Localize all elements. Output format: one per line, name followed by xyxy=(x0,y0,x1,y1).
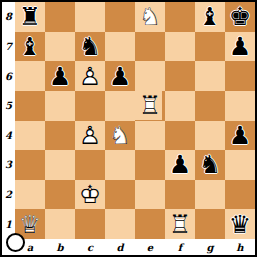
square-b3[interactable] xyxy=(45,150,75,180)
square-a6[interactable] xyxy=(15,61,45,91)
square-e1[interactable] xyxy=(135,209,165,239)
square-c6[interactable]: ♟♙ xyxy=(75,61,105,91)
square-f5[interactable] xyxy=(165,91,195,121)
square-b5[interactable] xyxy=(45,91,75,121)
white-rook-outline-f1: ♖ xyxy=(165,209,195,239)
black-pawn-f3[interactable]: ♟ xyxy=(165,150,195,180)
chess-diagram: 8♜♞♘♝♚7♝♞♟6♟♟♙♟5♜♖4♟♙♞♘♟3♟♞2♚♔1♛♕♜♖♛abcd… xyxy=(0,0,257,257)
black-knight-g3[interactable]: ♞ xyxy=(195,150,225,180)
square-a4[interactable] xyxy=(15,121,45,151)
rank-label-7: 7 xyxy=(2,32,15,62)
square-c7[interactable]: ♞ xyxy=(75,32,105,62)
square-b4[interactable] xyxy=(45,121,75,151)
rank-label-2: 2 xyxy=(2,180,15,210)
square-c8[interactable] xyxy=(75,2,105,32)
square-h2[interactable] xyxy=(225,180,255,210)
square-e8[interactable]: ♞♘ xyxy=(135,2,165,32)
square-f4[interactable] xyxy=(165,121,195,151)
rank-label-5: 5 xyxy=(2,91,15,121)
black-pawn-h7[interactable]: ♟ xyxy=(225,32,255,62)
square-a7[interactable]: ♝ xyxy=(15,32,45,62)
white-knight-d4[interactable]: ♞ xyxy=(105,121,135,151)
square-f3[interactable]: ♟ xyxy=(165,150,195,180)
square-f8[interactable] xyxy=(165,2,195,32)
rank-label-8: 8 xyxy=(2,2,15,32)
black-rook-a8[interactable]: ♜ xyxy=(15,2,45,32)
file-label-f: f xyxy=(165,239,195,255)
white-knight-outline-d4: ♘ xyxy=(105,121,135,151)
square-c5[interactable] xyxy=(75,91,105,121)
square-e4[interactable] xyxy=(135,121,165,151)
square-h3[interactable] xyxy=(225,150,255,180)
square-b8[interactable] xyxy=(45,2,75,32)
square-g6[interactable] xyxy=(195,61,225,91)
white-knight-outline-e8: ♘ xyxy=(135,2,165,32)
black-king-h8[interactable]: ♚ xyxy=(225,2,255,32)
rank-label-4: 4 xyxy=(2,121,15,151)
white-knight-e8[interactable]: ♞ xyxy=(135,2,165,32)
file-label-h: h xyxy=(225,239,255,255)
square-h5[interactable] xyxy=(225,91,255,121)
square-f7[interactable] xyxy=(165,32,195,62)
square-d7[interactable] xyxy=(105,32,135,62)
black-pawn-d6[interactable]: ♟ xyxy=(105,61,135,91)
square-g7[interactable] xyxy=(195,32,225,62)
square-f1[interactable]: ♜♖ xyxy=(165,209,195,239)
square-e7[interactable] xyxy=(135,32,165,62)
file-label-e: e xyxy=(135,239,165,255)
square-d4[interactable]: ♞♘ xyxy=(105,121,135,151)
square-g3[interactable]: ♞ xyxy=(195,150,225,180)
black-bishop-g8[interactable]: ♝ xyxy=(195,2,225,32)
square-g5[interactable] xyxy=(195,91,225,121)
white-to-move-indicator xyxy=(6,233,25,252)
square-e6[interactable] xyxy=(135,61,165,91)
file-label-d: d xyxy=(105,239,135,255)
black-queen-h1[interactable]: ♛ xyxy=(225,209,255,239)
square-h6[interactable] xyxy=(225,61,255,91)
white-rook-e5[interactable]: ♜ xyxy=(135,91,165,121)
white-pawn-c4[interactable]: ♟ xyxy=(75,121,105,151)
square-e2[interactable] xyxy=(135,180,165,210)
square-d6[interactable]: ♟ xyxy=(105,61,135,91)
square-d1[interactable] xyxy=(105,209,135,239)
square-c2[interactable]: ♚♔ xyxy=(75,180,105,210)
square-b7[interactable] xyxy=(45,32,75,62)
rank-label-6: 6 xyxy=(2,61,15,91)
file-label-b: b xyxy=(45,239,75,255)
square-g2[interactable] xyxy=(195,180,225,210)
square-c1[interactable] xyxy=(75,209,105,239)
square-b1[interactable] xyxy=(45,209,75,239)
black-pawn-b6[interactable]: ♟ xyxy=(45,61,75,91)
square-h8[interactable]: ♚ xyxy=(225,2,255,32)
black-pawn-h4[interactable]: ♟ xyxy=(225,121,255,151)
rank-label-3: 3 xyxy=(2,150,15,180)
square-b6[interactable]: ♟ xyxy=(45,61,75,91)
white-rook-outline-e5: ♖ xyxy=(135,91,165,121)
white-rook-f1[interactable]: ♜ xyxy=(165,209,195,239)
white-king-c2[interactable]: ♚ xyxy=(75,180,105,210)
square-g1[interactable] xyxy=(195,209,225,239)
file-label-c: c xyxy=(75,239,105,255)
white-pawn-c6[interactable]: ♟ xyxy=(75,61,105,91)
square-h7[interactable]: ♟ xyxy=(225,32,255,62)
square-d3[interactable] xyxy=(105,150,135,180)
white-pawn-outline-c4: ♙ xyxy=(75,121,105,151)
square-a5[interactable] xyxy=(15,91,45,121)
square-c4[interactable]: ♟♙ xyxy=(75,121,105,151)
black-bishop-a7[interactable]: ♝ xyxy=(15,32,45,62)
square-e5[interactable]: ♜♖ xyxy=(135,91,165,121)
square-c3[interactable] xyxy=(75,150,105,180)
square-d2[interactable] xyxy=(105,180,135,210)
square-f2[interactable] xyxy=(165,180,195,210)
square-g4[interactable] xyxy=(195,121,225,151)
square-h1[interactable]: ♛ xyxy=(225,209,255,239)
square-f6[interactable] xyxy=(165,61,195,91)
square-a2[interactable] xyxy=(15,180,45,210)
square-a8[interactable]: ♜ xyxy=(15,2,45,32)
square-g8[interactable]: ♝ xyxy=(195,2,225,32)
square-b2[interactable] xyxy=(45,180,75,210)
square-d5[interactable] xyxy=(105,91,135,121)
black-knight-c7[interactable]: ♞ xyxy=(75,32,105,62)
file-label-g: g xyxy=(195,239,225,255)
square-d8[interactable] xyxy=(105,2,135,32)
white-pawn-outline-c6: ♙ xyxy=(75,61,105,91)
chess-board: 8♜♞♘♝♚7♝♞♟6♟♟♙♟5♜♖4♟♙♞♘♟3♟♞2♚♔1♛♕♜♖♛abcd… xyxy=(2,2,255,255)
square-h4[interactable]: ♟ xyxy=(225,121,255,151)
square-e3[interactable] xyxy=(135,150,165,180)
square-a3[interactable] xyxy=(15,150,45,180)
white-king-outline-c2: ♔ xyxy=(75,180,105,210)
